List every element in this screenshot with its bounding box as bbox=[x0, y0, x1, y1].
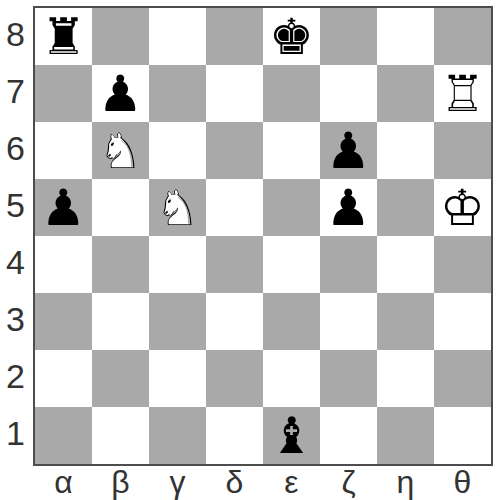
rank-label-6: 6 bbox=[0, 120, 31, 177]
square-g2[interactable] bbox=[377, 350, 434, 407]
square-a8[interactable]: ♜ bbox=[35, 8, 92, 65]
black-pawn-glyph: ♟ bbox=[92, 65, 149, 122]
rank-label-3: 3 bbox=[0, 291, 31, 348]
square-h8[interactable] bbox=[434, 8, 491, 65]
piece-black-pawn-f6[interactable]: ♟ bbox=[320, 122, 377, 179]
piece-white-knight-c5[interactable]: ♞♘ bbox=[149, 179, 206, 236]
square-g7[interactable] bbox=[377, 65, 434, 122]
black-pawn-glyph: ♟ bbox=[320, 122, 377, 179]
piece-black-pawn-f5[interactable]: ♟ bbox=[320, 179, 377, 236]
rank-label-8: 8 bbox=[0, 6, 31, 63]
square-a6[interactable] bbox=[35, 122, 92, 179]
file-label-d: δ bbox=[206, 464, 263, 500]
square-d3[interactable] bbox=[206, 293, 263, 350]
square-e6[interactable] bbox=[263, 122, 320, 179]
square-g4[interactable] bbox=[377, 236, 434, 293]
square-g1[interactable] bbox=[377, 407, 434, 464]
square-e7[interactable] bbox=[263, 65, 320, 122]
square-e4[interactable] bbox=[263, 236, 320, 293]
square-f2[interactable] bbox=[320, 350, 377, 407]
square-e2[interactable] bbox=[263, 350, 320, 407]
square-d1[interactable] bbox=[206, 407, 263, 464]
file-label-g: η bbox=[377, 464, 434, 500]
square-b4[interactable] bbox=[92, 236, 149, 293]
white-knight-outline-glyph: ♘ bbox=[149, 179, 206, 236]
square-c4[interactable] bbox=[149, 236, 206, 293]
file-label-a: α bbox=[35, 464, 92, 500]
chess-diagram: ♜♚♟♜♖♞♘♟♟♞♘♟♚♔♝ 87654321αβγδεζηθ bbox=[0, 0, 500, 500]
black-pawn-glyph: ♟ bbox=[320, 179, 377, 236]
square-h7[interactable]: ♜♖ bbox=[434, 65, 491, 122]
square-b2[interactable] bbox=[92, 350, 149, 407]
white-king-outline-glyph: ♔ bbox=[434, 179, 491, 236]
black-king-glyph: ♚ bbox=[263, 8, 320, 65]
piece-black-bishop-e1[interactable]: ♝ bbox=[263, 407, 320, 464]
square-h3[interactable] bbox=[434, 293, 491, 350]
square-a4[interactable] bbox=[35, 236, 92, 293]
square-a5[interactable]: ♟ bbox=[35, 179, 92, 236]
square-e8[interactable]: ♚ bbox=[263, 8, 320, 65]
rank-label-5: 5 bbox=[0, 177, 31, 234]
square-a2[interactable] bbox=[35, 350, 92, 407]
square-a1[interactable] bbox=[35, 407, 92, 464]
black-rook-glyph: ♜ bbox=[35, 8, 92, 65]
square-e3[interactable] bbox=[263, 293, 320, 350]
black-pawn-glyph: ♟ bbox=[35, 179, 92, 236]
square-d8[interactable] bbox=[206, 8, 263, 65]
black-bishop-glyph: ♝ bbox=[263, 407, 320, 464]
file-label-f: ζ bbox=[320, 464, 377, 500]
rank-label-7: 7 bbox=[0, 63, 31, 120]
square-b7[interactable]: ♟ bbox=[92, 65, 149, 122]
square-h2[interactable] bbox=[434, 350, 491, 407]
square-c5[interactable]: ♞♘ bbox=[149, 179, 206, 236]
square-f1[interactable] bbox=[320, 407, 377, 464]
square-e1[interactable]: ♝ bbox=[263, 407, 320, 464]
square-f8[interactable] bbox=[320, 8, 377, 65]
square-d2[interactable] bbox=[206, 350, 263, 407]
square-b8[interactable] bbox=[92, 8, 149, 65]
square-g8[interactable] bbox=[377, 8, 434, 65]
square-c7[interactable] bbox=[149, 65, 206, 122]
piece-black-pawn-b7[interactable]: ♟ bbox=[92, 65, 149, 122]
square-d7[interactable] bbox=[206, 65, 263, 122]
piece-white-rook-h7[interactable]: ♜♖ bbox=[434, 65, 491, 122]
square-c6[interactable] bbox=[149, 122, 206, 179]
file-label-h: θ bbox=[434, 464, 491, 500]
square-e5[interactable] bbox=[263, 179, 320, 236]
square-d5[interactable] bbox=[206, 179, 263, 236]
white-knight-outline-glyph: ♘ bbox=[92, 122, 149, 179]
piece-black-pawn-a5[interactable]: ♟ bbox=[35, 179, 92, 236]
square-f6[interactable]: ♟ bbox=[320, 122, 377, 179]
square-c3[interactable] bbox=[149, 293, 206, 350]
square-b3[interactable] bbox=[92, 293, 149, 350]
square-f4[interactable] bbox=[320, 236, 377, 293]
square-g5[interactable] bbox=[377, 179, 434, 236]
rank-label-1: 1 bbox=[0, 405, 31, 462]
white-rook-outline-glyph: ♖ bbox=[434, 65, 491, 122]
square-f5[interactable]: ♟ bbox=[320, 179, 377, 236]
square-g6[interactable] bbox=[377, 122, 434, 179]
square-b1[interactable] bbox=[92, 407, 149, 464]
square-c8[interactable] bbox=[149, 8, 206, 65]
square-d4[interactable] bbox=[206, 236, 263, 293]
file-label-c: γ bbox=[149, 464, 206, 500]
file-label-b: β bbox=[92, 464, 149, 500]
chess-board: ♜♚♟♜♖♞♘♟♟♞♘♟♚♔♝ bbox=[33, 6, 493, 466]
piece-black-rook-a8[interactable]: ♜ bbox=[35, 8, 92, 65]
square-f7[interactable] bbox=[320, 65, 377, 122]
square-h4[interactable] bbox=[434, 236, 491, 293]
piece-black-king-e8[interactable]: ♚ bbox=[263, 8, 320, 65]
square-h1[interactable] bbox=[434, 407, 491, 464]
square-g3[interactable] bbox=[377, 293, 434, 350]
square-b5[interactable] bbox=[92, 179, 149, 236]
square-a7[interactable] bbox=[35, 65, 92, 122]
square-c1[interactable] bbox=[149, 407, 206, 464]
square-a3[interactable] bbox=[35, 293, 92, 350]
square-b6[interactable]: ♞♘ bbox=[92, 122, 149, 179]
rank-label-4: 4 bbox=[0, 234, 31, 291]
square-c2[interactable] bbox=[149, 350, 206, 407]
file-label-e: ε bbox=[263, 464, 320, 500]
square-f3[interactable] bbox=[320, 293, 377, 350]
piece-white-knight-b6[interactable]: ♞♘ bbox=[92, 122, 149, 179]
square-h5[interactable]: ♚♔ bbox=[434, 179, 491, 236]
square-d6[interactable] bbox=[206, 122, 263, 179]
piece-white-king-h5[interactable]: ♚♔ bbox=[434, 179, 491, 236]
rank-label-2: 2 bbox=[0, 348, 31, 405]
square-h6[interactable] bbox=[434, 122, 491, 179]
